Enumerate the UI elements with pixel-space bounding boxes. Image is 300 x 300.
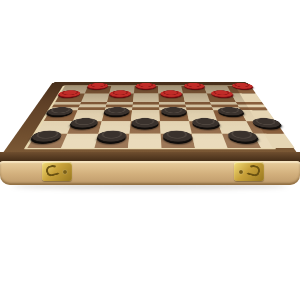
clasp-hook-icon [246, 164, 261, 178]
square-g7[interactable]: ● [207, 94, 236, 102]
square-c7[interactable]: ● [107, 94, 134, 102]
piece-groove-ring [61, 90, 79, 95]
checker-piece-red[interactable]: ● [85, 82, 110, 89]
square-f8[interactable]: ● [181, 86, 207, 93]
checker-piece-red[interactable]: ● [208, 89, 236, 97]
piece-groove-ring [233, 83, 251, 88]
square-e1[interactable]: ● [160, 134, 194, 148]
checker-piece-black[interactable]: ● [27, 128, 67, 142]
clasp-pin-icon [239, 170, 243, 174]
checker-piece-black[interactable]: ● [159, 105, 189, 116]
checker-piece-red[interactable]: ● [134, 82, 157, 89]
clasp-pin-icon [63, 170, 67, 174]
checker-piece-black[interactable]: ● [160, 128, 194, 142]
square-f2[interactable]: ● [189, 121, 223, 134]
checker-piece-black[interactable]: ● [67, 116, 102, 128]
checker-piece-black[interactable]: ● [214, 105, 247, 116]
piece-groove-ring [101, 130, 123, 139]
square-g1[interactable]: ● [222, 134, 261, 148]
square-e7[interactable]: ● [158, 94, 184, 102]
square-d2[interactable]: ● [129, 121, 160, 134]
square-b8[interactable]: ● [85, 86, 112, 93]
checker-piece-red[interactable]: ● [182, 82, 207, 89]
piece-groove-ring [163, 90, 179, 95]
brass-clasp-left[interactable] [42, 162, 72, 181]
piece-groove-ring [164, 107, 183, 114]
piece-groove-ring [139, 83, 154, 88]
square-d7[interactable] [133, 94, 159, 102]
checker-piece-red[interactable]: ● [107, 89, 133, 97]
piece-groove-ring [219, 107, 240, 114]
brass-clasp-right[interactable] [234, 162, 264, 181]
board-frame: ●●●●●●●●●●●●●●●●●●●● [0, 82, 300, 157]
checker-piece-black[interactable]: ● [129, 116, 160, 128]
checkers-set-photo: ●●●●●●●●●●●●●●●●●●●● [0, 0, 300, 300]
checker-piece-black[interactable]: ● [94, 128, 129, 142]
square-f7[interactable] [183, 94, 211, 102]
piece-groove-ring [213, 90, 231, 95]
piece-groove-ring [135, 117, 155, 125]
square-b7[interactable] [81, 94, 109, 102]
clasp-hook-icon [45, 164, 60, 178]
piece-groove-ring [166, 130, 188, 139]
square-b1[interactable] [61, 134, 98, 148]
square-d8[interactable]: ● [134, 86, 158, 93]
piece-groove-ring [107, 107, 126, 114]
piece-groove-ring [186, 83, 202, 88]
piece-groove-ring [229, 130, 254, 139]
piece-groove-ring [112, 90, 128, 95]
square-d1[interactable] [128, 134, 161, 148]
board-grid: ●●●●●●●●●●●●●●●●●●●● [27, 86, 272, 148]
square-h7[interactable] [232, 94, 262, 102]
piece-groove-ring [254, 117, 278, 125]
checker-piece-black[interactable]: ● [101, 105, 131, 116]
checker-piece-red[interactable]: ● [55, 89, 83, 97]
checker-piece-red[interactable]: ● [228, 82, 256, 89]
checker-piece-black[interactable]: ● [189, 116, 223, 128]
piece-groove-ring [35, 130, 60, 139]
piece-groove-ring [90, 83, 106, 88]
piece-groove-ring [195, 117, 216, 125]
piece-groove-ring [50, 107, 71, 114]
checker-piece-red[interactable]: ● [159, 89, 184, 97]
board-inner-border: ●●●●●●●●●●●●●●●●●●●● [24, 86, 276, 150]
square-c3[interactable]: ● [102, 110, 132, 121]
piece-groove-ring [74, 117, 96, 125]
square-c1[interactable]: ● [94, 134, 129, 148]
square-e3[interactable]: ● [159, 110, 189, 121]
